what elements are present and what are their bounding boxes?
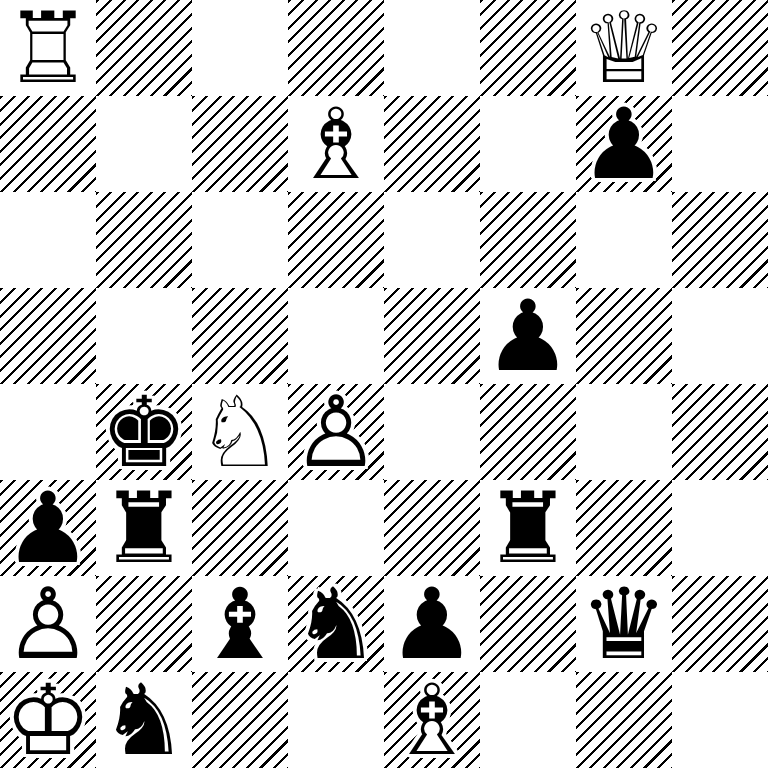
square-d2[interactable]: ♞♞ xyxy=(288,576,384,672)
square-f2[interactable] xyxy=(480,576,576,672)
white-rook[interactable]: ♜♖ xyxy=(0,0,96,96)
white-bishop-glyph: ♗ xyxy=(388,672,476,768)
square-b6[interactable] xyxy=(96,192,192,288)
square-e5[interactable] xyxy=(384,288,480,384)
square-e8[interactable] xyxy=(384,0,480,96)
square-g1[interactable] xyxy=(576,672,672,768)
black-pawn[interactable]: ♟♟ xyxy=(480,288,576,384)
square-h3[interactable] xyxy=(672,480,768,576)
black-pawn-glyph: ♟ xyxy=(388,576,476,672)
square-g5[interactable] xyxy=(576,288,672,384)
black-pawn[interactable]: ♟♟ xyxy=(576,96,672,192)
white-king[interactable]: ♚♔ xyxy=(0,672,96,768)
square-f8[interactable] xyxy=(480,0,576,96)
square-f5[interactable]: ♟♟ xyxy=(480,288,576,384)
black-knight-glyph: ♞ xyxy=(292,576,380,672)
square-f7[interactable] xyxy=(480,96,576,192)
square-h4[interactable] xyxy=(672,384,768,480)
black-bishop-glyph: ♝ xyxy=(196,576,284,672)
black-bishop[interactable]: ♝♝ xyxy=(192,576,288,672)
square-h8[interactable] xyxy=(672,0,768,96)
square-b7[interactable] xyxy=(96,96,192,192)
black-knight[interactable]: ♞♞ xyxy=(96,672,192,768)
square-d7[interactable]: ♝♗ xyxy=(288,96,384,192)
square-g2[interactable]: ♛♛ xyxy=(576,576,672,672)
square-e7[interactable] xyxy=(384,96,480,192)
white-queen[interactable]: ♛♕ xyxy=(576,0,672,96)
square-a5[interactable] xyxy=(0,288,96,384)
black-pawn-glyph: ♟ xyxy=(580,96,668,192)
black-king-glyph: ♚ xyxy=(100,384,188,480)
square-g4[interactable] xyxy=(576,384,672,480)
white-pawn[interactable]: ♟♙ xyxy=(288,384,384,480)
square-e4[interactable] xyxy=(384,384,480,480)
square-g6[interactable] xyxy=(576,192,672,288)
square-e6[interactable] xyxy=(384,192,480,288)
square-a2[interactable]: ♟♙ xyxy=(0,576,96,672)
square-c3[interactable] xyxy=(192,480,288,576)
square-c5[interactable] xyxy=(192,288,288,384)
square-g3[interactable] xyxy=(576,480,672,576)
square-b1[interactable]: ♞♞ xyxy=(96,672,192,768)
black-king[interactable]: ♚♚ xyxy=(96,384,192,480)
square-c8[interactable] xyxy=(192,0,288,96)
white-bishop[interactable]: ♝♗ xyxy=(384,672,480,768)
square-c1[interactable] xyxy=(192,672,288,768)
white-pawn[interactable]: ♟♙ xyxy=(0,576,96,672)
black-rook-glyph: ♜ xyxy=(484,480,572,576)
square-b5[interactable] xyxy=(96,288,192,384)
square-h5[interactable] xyxy=(672,288,768,384)
black-knight[interactable]: ♞♞ xyxy=(288,576,384,672)
square-c6[interactable] xyxy=(192,192,288,288)
square-b3[interactable]: ♜♜ xyxy=(96,480,192,576)
black-pawn-glyph: ♟ xyxy=(4,480,92,576)
square-e1[interactable]: ♝♗ xyxy=(384,672,480,768)
square-c7[interactable] xyxy=(192,96,288,192)
square-d4[interactable]: ♟♙ xyxy=(288,384,384,480)
black-rook[interactable]: ♜♜ xyxy=(480,480,576,576)
white-queen-glyph: ♕ xyxy=(580,0,668,96)
white-bishop-glyph: ♗ xyxy=(292,96,380,192)
black-knight-glyph: ♞ xyxy=(100,672,188,768)
black-pawn[interactable]: ♟♟ xyxy=(0,480,96,576)
square-a8[interactable]: ♜♖ xyxy=(0,0,96,96)
square-b8[interactable] xyxy=(96,0,192,96)
white-knight[interactable]: ♞♘ xyxy=(192,384,288,480)
square-f6[interactable] xyxy=(480,192,576,288)
white-bishop[interactable]: ♝♗ xyxy=(288,96,384,192)
white-pawn-glyph: ♙ xyxy=(292,384,380,480)
square-a4[interactable] xyxy=(0,384,96,480)
square-a1[interactable]: ♚♔ xyxy=(0,672,96,768)
square-b2[interactable] xyxy=(96,576,192,672)
square-a7[interactable] xyxy=(0,96,96,192)
square-g7[interactable]: ♟♟ xyxy=(576,96,672,192)
square-c4[interactable]: ♞♘ xyxy=(192,384,288,480)
square-h7[interactable] xyxy=(672,96,768,192)
black-pawn[interactable]: ♟♟ xyxy=(384,576,480,672)
black-queen[interactable]: ♛♛ xyxy=(576,576,672,672)
square-h2[interactable] xyxy=(672,576,768,672)
white-rook-glyph: ♖ xyxy=(4,0,92,96)
square-d5[interactable] xyxy=(288,288,384,384)
square-h1[interactable] xyxy=(672,672,768,768)
square-a3[interactable]: ♟♟ xyxy=(0,480,96,576)
square-e3[interactable] xyxy=(384,480,480,576)
square-b4[interactable]: ♚♚ xyxy=(96,384,192,480)
square-e2[interactable]: ♟♟ xyxy=(384,576,480,672)
white-pawn-glyph: ♙ xyxy=(4,576,92,672)
chess-board: ♜♖♛♕♝♗♟♟♟♟♚♚♞♘♟♙♟♟♜♜♜♜♟♙♝♝♞♞♟♟♛♛♚♔♞♞♝♗ xyxy=(0,0,768,768)
square-d1[interactable] xyxy=(288,672,384,768)
black-pawn-glyph: ♟ xyxy=(484,288,572,384)
square-f3[interactable]: ♜♜ xyxy=(480,480,576,576)
black-rook[interactable]: ♜♜ xyxy=(96,480,192,576)
square-d3[interactable] xyxy=(288,480,384,576)
square-g8[interactable]: ♛♕ xyxy=(576,0,672,96)
white-knight-glyph: ♘ xyxy=(196,384,284,480)
square-d6[interactable] xyxy=(288,192,384,288)
black-queen-glyph: ♛ xyxy=(580,576,668,672)
square-f1[interactable] xyxy=(480,672,576,768)
square-a6[interactable] xyxy=(0,192,96,288)
square-c2[interactable]: ♝♝ xyxy=(192,576,288,672)
square-d8[interactable] xyxy=(288,0,384,96)
white-king-glyph: ♔ xyxy=(4,672,92,768)
square-f4[interactable] xyxy=(480,384,576,480)
black-rook-glyph: ♜ xyxy=(100,480,188,576)
square-h6[interactable] xyxy=(672,192,768,288)
